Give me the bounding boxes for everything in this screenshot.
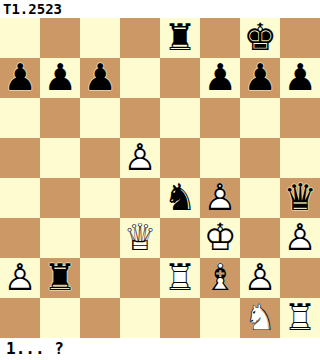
black-pawn[interactable]: ♟ bbox=[0, 58, 40, 98]
square-b3[interactable] bbox=[40, 218, 80, 258]
black-king[interactable]: ♚ bbox=[240, 18, 280, 58]
piece-outline-layer: ♙ bbox=[240, 258, 280, 298]
square-h6[interactable] bbox=[280, 98, 320, 138]
square-g4[interactable] bbox=[240, 178, 280, 218]
chess-puzzle-app: T1.2523 ♜♚♟♟♟♟♟♟♟♙♞♟♙♛♛♕♚♔♟♙♟♙♜♜♖♝♗♟♙♞♘♜… bbox=[0, 0, 320, 360]
square-d4[interactable] bbox=[120, 178, 160, 218]
square-f2[interactable]: ♝♗ bbox=[200, 258, 240, 298]
square-b6[interactable] bbox=[40, 98, 80, 138]
square-a4[interactable] bbox=[0, 178, 40, 218]
square-a6[interactable] bbox=[0, 98, 40, 138]
white-knight[interactable]: ♞♘ bbox=[240, 298, 280, 338]
piece-fill-layer: ♟ bbox=[40, 58, 80, 98]
square-h8[interactable] bbox=[280, 18, 320, 58]
square-c2[interactable] bbox=[80, 258, 120, 298]
piece-fill-layer: ♞ bbox=[160, 178, 200, 218]
square-h3[interactable]: ♟♙ bbox=[280, 218, 320, 258]
piece-outline-layer: ♘ bbox=[240, 298, 280, 338]
black-pawn[interactable]: ♟ bbox=[80, 58, 120, 98]
piece-outline-layer: ♙ bbox=[0, 258, 40, 298]
piece-outline-layer: ♙ bbox=[120, 138, 160, 178]
white-rook[interactable]: ♜♖ bbox=[160, 258, 200, 298]
square-a7[interactable]: ♟ bbox=[0, 58, 40, 98]
square-f4[interactable]: ♟♙ bbox=[200, 178, 240, 218]
white-bishop[interactable]: ♝♗ bbox=[200, 258, 240, 298]
square-e1[interactable] bbox=[160, 298, 200, 338]
square-h2[interactable] bbox=[280, 258, 320, 298]
piece-fill-layer: ♛ bbox=[280, 178, 320, 218]
piece-outline-layer: ♙ bbox=[200, 178, 240, 218]
black-rook[interactable]: ♜ bbox=[160, 18, 200, 58]
square-a8[interactable] bbox=[0, 18, 40, 58]
square-d5[interactable]: ♟♙ bbox=[120, 138, 160, 178]
square-d7[interactable] bbox=[120, 58, 160, 98]
square-d6[interactable] bbox=[120, 98, 160, 138]
square-f6[interactable] bbox=[200, 98, 240, 138]
white-pawn[interactable]: ♟♙ bbox=[240, 258, 280, 298]
chess-board: ♜♚♟♟♟♟♟♟♟♙♞♟♙♛♛♕♚♔♟♙♟♙♜♜♖♝♗♟♙♞♘♜♖ bbox=[0, 18, 320, 338]
square-f3[interactable]: ♚♔ bbox=[200, 218, 240, 258]
black-rook[interactable]: ♜ bbox=[40, 258, 80, 298]
piece-fill-layer: ♟ bbox=[240, 58, 280, 98]
square-g3[interactable] bbox=[240, 218, 280, 258]
square-a2[interactable]: ♟♙ bbox=[0, 258, 40, 298]
square-a5[interactable] bbox=[0, 138, 40, 178]
white-king[interactable]: ♚♔ bbox=[200, 218, 240, 258]
square-d3[interactable]: ♛♕ bbox=[120, 218, 160, 258]
piece-fill-layer: ♜ bbox=[40, 258, 80, 298]
square-f5[interactable] bbox=[200, 138, 240, 178]
square-e8[interactable]: ♜ bbox=[160, 18, 200, 58]
piece-fill-layer: ♟ bbox=[200, 58, 240, 98]
square-e7[interactable] bbox=[160, 58, 200, 98]
square-b2[interactable]: ♜ bbox=[40, 258, 80, 298]
square-e5[interactable] bbox=[160, 138, 200, 178]
square-b4[interactable] bbox=[40, 178, 80, 218]
white-rook[interactable]: ♜♖ bbox=[280, 298, 320, 338]
square-f1[interactable] bbox=[200, 298, 240, 338]
square-g1[interactable]: ♞♘ bbox=[240, 298, 280, 338]
square-a3[interactable] bbox=[0, 218, 40, 258]
square-e4[interactable]: ♞ bbox=[160, 178, 200, 218]
piece-outline-layer: ♖ bbox=[160, 258, 200, 298]
piece-fill-layer: ♟ bbox=[80, 58, 120, 98]
square-g6[interactable] bbox=[240, 98, 280, 138]
piece-fill-layer: ♜ bbox=[160, 18, 200, 58]
square-f7[interactable]: ♟ bbox=[200, 58, 240, 98]
piece-outline-layer: ♙ bbox=[280, 218, 320, 258]
black-pawn[interactable]: ♟ bbox=[280, 58, 320, 98]
square-c3[interactable] bbox=[80, 218, 120, 258]
white-pawn[interactable]: ♟♙ bbox=[0, 258, 40, 298]
square-c6[interactable] bbox=[80, 98, 120, 138]
white-queen[interactable]: ♛♕ bbox=[120, 218, 160, 258]
square-b7[interactable]: ♟ bbox=[40, 58, 80, 98]
black-pawn[interactable]: ♟ bbox=[240, 58, 280, 98]
piece-fill-layer: ♚ bbox=[240, 18, 280, 58]
white-pawn[interactable]: ♟♙ bbox=[200, 178, 240, 218]
black-queen[interactable]: ♛ bbox=[280, 178, 320, 218]
square-d8[interactable] bbox=[120, 18, 160, 58]
square-g2[interactable]: ♟♙ bbox=[240, 258, 280, 298]
black-knight[interactable]: ♞ bbox=[160, 178, 200, 218]
square-h1[interactable]: ♜♖ bbox=[280, 298, 320, 338]
white-pawn[interactable]: ♟♙ bbox=[120, 138, 160, 178]
square-b8[interactable] bbox=[40, 18, 80, 58]
square-e3[interactable] bbox=[160, 218, 200, 258]
piece-outline-layer: ♕ bbox=[120, 218, 160, 258]
white-pawn[interactable]: ♟♙ bbox=[280, 218, 320, 258]
square-b5[interactable] bbox=[40, 138, 80, 178]
square-d2[interactable] bbox=[120, 258, 160, 298]
square-c5[interactable] bbox=[80, 138, 120, 178]
square-h5[interactable] bbox=[280, 138, 320, 178]
square-h7[interactable]: ♟ bbox=[280, 58, 320, 98]
piece-outline-layer: ♖ bbox=[280, 298, 320, 338]
move-prompt: 1... ? bbox=[0, 338, 320, 360]
piece-fill-layer: ♟ bbox=[280, 58, 320, 98]
piece-outline-layer: ♔ bbox=[200, 218, 240, 258]
black-pawn[interactable]: ♟ bbox=[40, 58, 80, 98]
piece-outline-layer: ♗ bbox=[200, 258, 240, 298]
square-c7[interactable]: ♟ bbox=[80, 58, 120, 98]
square-a1[interactable] bbox=[0, 298, 40, 338]
square-f8[interactable] bbox=[200, 18, 240, 58]
square-c1[interactable] bbox=[80, 298, 120, 338]
square-b1[interactable] bbox=[40, 298, 80, 338]
square-g8[interactable]: ♚ bbox=[240, 18, 280, 58]
square-h4[interactable]: ♛ bbox=[280, 178, 320, 218]
square-c4[interactable] bbox=[80, 178, 120, 218]
square-e2[interactable]: ♜♖ bbox=[160, 258, 200, 298]
square-d1[interactable] bbox=[120, 298, 160, 338]
black-pawn[interactable]: ♟ bbox=[200, 58, 240, 98]
square-g5[interactable] bbox=[240, 138, 280, 178]
square-c8[interactable] bbox=[80, 18, 120, 58]
piece-fill-layer: ♟ bbox=[0, 58, 40, 98]
square-g7[interactable]: ♟ bbox=[240, 58, 280, 98]
square-e6[interactable] bbox=[160, 98, 200, 138]
